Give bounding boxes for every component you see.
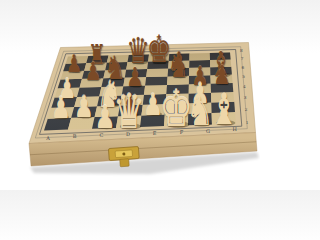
piece-shadow-h6 <box>215 73 230 77</box>
piece-shadow-b6 <box>90 77 101 80</box>
piece-shadow-a2 <box>56 116 69 120</box>
piece-shadow-d2 <box>126 113 139 117</box>
piece-shadow-d8 <box>132 60 148 65</box>
piece-shadow-b8 <box>93 61 105 64</box>
piece-shadow-h1 <box>216 120 235 126</box>
rank-label-3: 3 <box>244 95 247 100</box>
piece-shadow-h5 <box>218 81 230 84</box>
rank-label-2: 2 <box>245 107 248 112</box>
file-label-C: C <box>99 132 103 138</box>
piece-shadow-c1 <box>100 125 114 129</box>
rank-label-8: 8 <box>240 48 243 53</box>
piece-shadow-e8 <box>152 59 169 64</box>
chess-set-photo: ABCDEFGH12345678 ♜♛♚♟♟♟♞♞♝♟♟♟♟♟♞♟♟♟♟♟♛♚♞… <box>0 0 260 190</box>
file-label-D: D <box>126 131 130 137</box>
piece-shadow-e2 <box>149 112 162 116</box>
piece-shadow-a7 <box>71 70 82 73</box>
file-label-G: G <box>206 128 210 134</box>
chess-board: ABCDEFGH12345678 <box>0 0 260 190</box>
piece-shadow-d1 <box>120 123 141 129</box>
rank-label-7: 7 <box>241 56 244 61</box>
piece-shadow-f1 <box>167 121 189 128</box>
piece-shadow-f7 <box>175 67 186 70</box>
file-label-F: F <box>180 129 184 135</box>
file-label-H: H <box>233 126 238 132</box>
rank-label-4: 4 <box>243 84 246 89</box>
piece-shadow-c6 <box>109 76 123 80</box>
piece-shadow-d5 <box>131 84 143 87</box>
clasp-tab <box>120 159 130 167</box>
piece-shadow-c3 <box>103 103 119 108</box>
file-label-E: E <box>153 130 157 136</box>
piece-shadow-g3 <box>196 100 209 104</box>
piece-shadow-g5 <box>196 82 208 85</box>
piece-shadow-b2 <box>79 115 92 119</box>
rank-label-6: 6 <box>241 65 244 70</box>
file-label-A: A <box>45 135 50 141</box>
rank-label-5: 5 <box>242 74 245 79</box>
piece-shadow-a4 <box>63 95 75 99</box>
rank-label-1: 1 <box>246 120 249 125</box>
piece-shadow-f6 <box>173 74 187 78</box>
piece-shadow-g1 <box>193 121 211 126</box>
file-label-B: B <box>73 133 77 139</box>
